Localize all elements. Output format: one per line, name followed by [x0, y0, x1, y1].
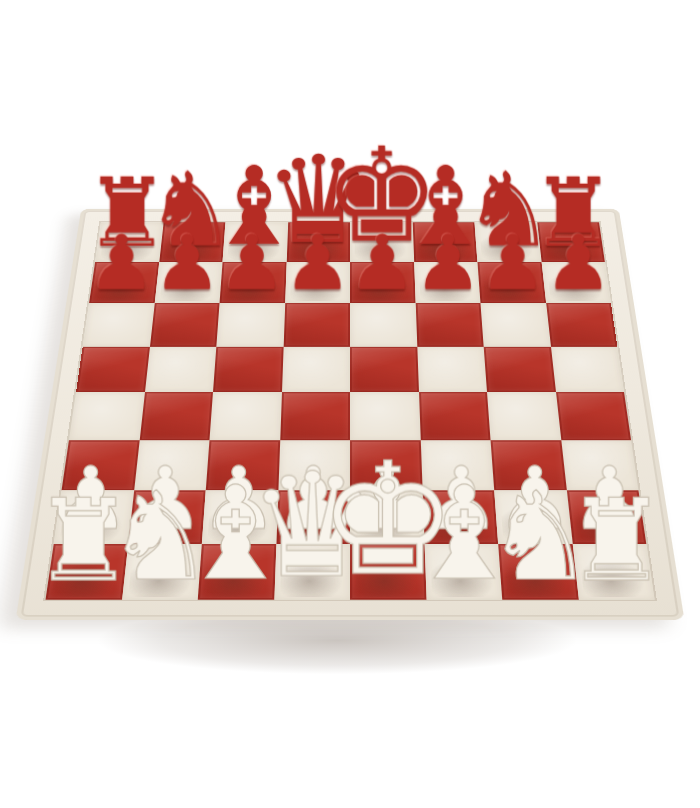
square-f6[interactable] [415, 303, 483, 346]
piece-red-pawn[interactable]: ♟ [544, 226, 612, 302]
square-a4[interactable] [69, 392, 145, 440]
square-d5[interactable] [282, 346, 351, 392]
piece-red-pawn[interactable]: ♟ [153, 226, 221, 302]
square-h5[interactable] [550, 346, 624, 392]
board-front-edge [24, 605, 677, 618]
square-a5[interactable] [76, 346, 150, 392]
square-b6[interactable] [150, 303, 220, 346]
board-rim: ♜♞♝♛♚♝♞♜♟♟♟♟♟♟♟♟♟♟♟♟♟♟♟♟♜♞♝♛♚♝♞♜ [16, 209, 685, 620]
square-b5[interactable] [145, 346, 217, 392]
piece-red-pawn[interactable]: ♟ [479, 226, 547, 302]
square-g5[interactable] [484, 346, 556, 392]
piece-white-rook[interactable]: ♜ [565, 485, 667, 598]
square-d7[interactable]: ♟ [285, 262, 350, 303]
square-c7[interactable]: ♟ [220, 262, 287, 303]
square-g6[interactable] [480, 303, 550, 346]
square-c6[interactable] [216, 303, 284, 346]
piece-red-pawn[interactable]: ♟ [218, 226, 286, 302]
square-e6[interactable] [350, 303, 417, 346]
square-b7[interactable]: ♟ [154, 262, 222, 303]
square-f7[interactable]: ♟ [414, 262, 481, 303]
square-e5[interactable] [350, 346, 419, 392]
chess-board: ♜♞♝♛♚♝♞♜♟♟♟♟♟♟♟♟♟♟♟♟♟♟♟♟♜♞♝♛♚♝♞♜ [45, 222, 654, 600]
piece-red-pawn[interactable]: ♟ [348, 226, 416, 302]
square-g4[interactable] [487, 392, 561, 440]
square-h6[interactable] [546, 303, 618, 346]
photo-background: { "game": "chess", "scene": "handmade-ce… [0, 0, 700, 808]
square-c4[interactable] [209, 392, 281, 440]
square-c5[interactable] [213, 346, 283, 392]
square-h4[interactable] [556, 392, 632, 440]
square-a6[interactable] [83, 303, 155, 346]
chess-set-photo: ♜♞♝♛♚♝♞♜♟♟♟♟♟♟♟♟♟♟♟♟♟♟♟♟♜♞♝♛♚♝♞♜ [52, 94, 648, 690]
piece-red-pawn[interactable]: ♟ [414, 226, 482, 302]
square-g7[interactable]: ♟ [477, 262, 545, 303]
square-b4[interactable] [139, 392, 213, 440]
square-f5[interactable] [417, 346, 487, 392]
square-h7[interactable]: ♟ [541, 262, 611, 303]
square-e7[interactable]: ♟ [350, 262, 415, 303]
piece-red-pawn[interactable]: ♟ [88, 226, 156, 302]
square-d6[interactable] [283, 303, 350, 346]
piece-red-pawn[interactable]: ♟ [283, 226, 351, 302]
square-h1[interactable]: ♜ [572, 544, 654, 600]
square-a7[interactable]: ♟ [89, 262, 159, 303]
